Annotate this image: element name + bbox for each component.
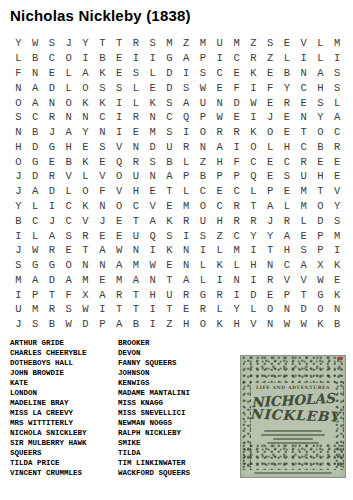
grid-cell: E bbox=[262, 66, 279, 81]
grid-cell: A bbox=[178, 95, 195, 110]
grid-cell: R bbox=[245, 51, 262, 66]
grid-cell: K bbox=[312, 317, 329, 332]
grid-cell: R bbox=[127, 154, 144, 169]
grid-cell: S bbox=[94, 139, 111, 154]
grid-cell: L bbox=[245, 184, 262, 199]
grid-cell: F bbox=[94, 184, 111, 199]
grid-cell: N bbox=[94, 125, 111, 140]
grid-cell: V bbox=[144, 199, 161, 214]
grid-cell: R bbox=[111, 287, 128, 302]
grid-cell: K bbox=[211, 258, 228, 273]
grid-cell: E bbox=[111, 213, 128, 228]
grid-cell: L bbox=[60, 66, 77, 81]
grid-cell: D bbox=[27, 169, 44, 184]
grid-cell: K bbox=[94, 95, 111, 110]
grid-cell: B bbox=[329, 317, 346, 332]
grid-cell: K bbox=[245, 66, 262, 81]
grid-cell: Y bbox=[228, 302, 245, 317]
grid-cell: V bbox=[111, 139, 128, 154]
grid-cell: K bbox=[245, 125, 262, 140]
grid-cell: I bbox=[195, 243, 212, 258]
grid-cell: D bbox=[77, 317, 94, 332]
grid-cell: O bbox=[10, 95, 27, 110]
grid-cell: D bbox=[144, 139, 161, 154]
grid-cell: M bbox=[127, 258, 144, 273]
grid-cell: G bbox=[161, 51, 178, 66]
grid-cell: L bbox=[295, 213, 312, 228]
grid-cell: L bbox=[211, 243, 228, 258]
grid-cell: E bbox=[144, 80, 161, 95]
grid-cell: F bbox=[10, 66, 27, 81]
grid-cell: B bbox=[27, 125, 44, 140]
grid-cell: B bbox=[161, 154, 178, 169]
grid-cell: N bbox=[195, 139, 212, 154]
grid-cell: D bbox=[295, 302, 312, 317]
grid-cell: W bbox=[27, 243, 44, 258]
grid-cell: E bbox=[262, 154, 279, 169]
grid-cell: R bbox=[44, 169, 61, 184]
grid-cell: B bbox=[44, 317, 61, 332]
grid-cell: I bbox=[329, 51, 346, 66]
grid-cell: B bbox=[94, 51, 111, 66]
grid-cell: N bbox=[94, 258, 111, 273]
grid-cell: K bbox=[211, 317, 228, 332]
word-item: MADAME MANTALINI bbox=[118, 388, 190, 398]
grid-cell: L bbox=[127, 95, 144, 110]
grid-cell: B bbox=[27, 51, 44, 66]
grid-cell: W bbox=[27, 36, 44, 51]
grid-cell: A bbox=[144, 213, 161, 228]
grid-cell: O bbox=[10, 154, 27, 169]
grid-cell: U bbox=[127, 169, 144, 184]
grid-cell: Z bbox=[178, 36, 195, 51]
grid-cell: N bbox=[27, 66, 44, 81]
word-item: FANNY SQUEERS bbox=[118, 358, 190, 368]
word-item: TILDA PRICE bbox=[10, 458, 118, 468]
grid-cell: E bbox=[77, 139, 94, 154]
grid-cell: E bbox=[44, 154, 61, 169]
grid-cell: R bbox=[262, 273, 279, 288]
grid-cell: A bbox=[111, 258, 128, 273]
grid-cell: T bbox=[295, 125, 312, 140]
grid-cell: S bbox=[178, 80, 195, 95]
grid-cell: T bbox=[161, 302, 178, 317]
grid-cell: S bbox=[161, 228, 178, 243]
grid-cell: X bbox=[77, 287, 94, 302]
grid-cell: D bbox=[44, 184, 61, 199]
grid-cell: S bbox=[144, 154, 161, 169]
grid-cell: R bbox=[245, 213, 262, 228]
grid-cell: P bbox=[228, 169, 245, 184]
grid-cell: O bbox=[312, 302, 329, 317]
grid-cell: I bbox=[111, 110, 128, 125]
grid-cell: L bbox=[211, 302, 228, 317]
grid-cell: C bbox=[44, 51, 61, 66]
grid-cell: S bbox=[329, 213, 346, 228]
grid-cell: R bbox=[228, 199, 245, 214]
grid-cell: Z bbox=[211, 228, 228, 243]
cover-caption-line bbox=[254, 472, 332, 474]
grid-cell: D bbox=[27, 139, 44, 154]
grid-cell: S bbox=[44, 36, 61, 51]
grid-cell: E bbox=[111, 51, 128, 66]
grid-cell: K bbox=[77, 154, 94, 169]
grid-cell: I bbox=[178, 66, 195, 81]
grid-cell: A bbox=[44, 228, 61, 243]
grid-cell: D bbox=[44, 80, 61, 95]
grid-cell: H bbox=[312, 169, 329, 184]
grid-cell: T bbox=[127, 213, 144, 228]
grid-cell: I bbox=[178, 125, 195, 140]
grid-cell: Y bbox=[262, 228, 279, 243]
grid-cell: A bbox=[27, 95, 44, 110]
grid-cell: E bbox=[111, 66, 128, 81]
grid-cell: S bbox=[111, 80, 128, 95]
grid-cell: L bbox=[195, 273, 212, 288]
grid-cell: A bbox=[329, 110, 346, 125]
word-item: TILDA bbox=[118, 448, 190, 458]
grid-cell: R bbox=[279, 95, 296, 110]
grid-cell: H bbox=[228, 317, 245, 332]
grid-cell: M bbox=[295, 199, 312, 214]
grid-cell: O bbox=[195, 125, 212, 140]
grid-cell: R bbox=[77, 228, 94, 243]
grid-cell: S bbox=[195, 228, 212, 243]
grid-cell: A bbox=[94, 287, 111, 302]
grid-cell: N bbox=[144, 273, 161, 288]
grid-cell: N bbox=[329, 302, 346, 317]
grid-cell: H bbox=[279, 139, 296, 154]
grid-cell: L bbox=[228, 258, 245, 273]
grid-cell: C bbox=[279, 258, 296, 273]
grid-cell: P bbox=[279, 287, 296, 302]
word-item: KENWIGS bbox=[118, 378, 190, 388]
grid-cell: A bbox=[111, 317, 128, 332]
grid-cell: A bbox=[279, 228, 296, 243]
grid-cell: S bbox=[10, 110, 27, 125]
grid-cell: M bbox=[295, 184, 312, 199]
grid-cell: T bbox=[111, 302, 128, 317]
cover-title-nickleby: NICKLEBY bbox=[250, 406, 337, 425]
grid-cell: N bbox=[228, 273, 245, 288]
grid-cell: S bbox=[161, 125, 178, 140]
grid-cell: T bbox=[295, 287, 312, 302]
grid-cell: N bbox=[10, 80, 27, 95]
grid-cell: J bbox=[10, 243, 27, 258]
grid-cell: N bbox=[44, 95, 61, 110]
grid-cell: M bbox=[195, 36, 212, 51]
grid-cell: R bbox=[44, 243, 61, 258]
grid-cell: T bbox=[77, 243, 94, 258]
grid-cell: R bbox=[178, 139, 195, 154]
grid-cell: L bbox=[27, 199, 44, 214]
book-cover: LIFE AND ADVENTURES NICHOLAS NICKLEBY bbox=[240, 355, 346, 478]
grid-cell: K bbox=[161, 243, 178, 258]
grid-cell: A bbox=[161, 169, 178, 184]
grid-cell: C bbox=[279, 154, 296, 169]
grid-cell: J bbox=[44, 125, 61, 140]
grid-cell: N bbox=[144, 110, 161, 125]
grid-cell: C bbox=[295, 80, 312, 95]
grid-cell: I bbox=[228, 139, 245, 154]
grid-cell: L bbox=[60, 184, 77, 199]
grid-cell: L bbox=[329, 95, 346, 110]
grid-cell: E bbox=[262, 287, 279, 302]
grid-cell: S bbox=[27, 317, 44, 332]
grid-cell: W bbox=[312, 273, 329, 288]
word-item: MRS WITTITERLY bbox=[10, 418, 118, 428]
grid-cell: N bbox=[77, 110, 94, 125]
grid-cell: P bbox=[94, 317, 111, 332]
grid-cell: G bbox=[44, 139, 61, 154]
grid-cell: I bbox=[245, 273, 262, 288]
grid-cell: A bbox=[178, 273, 195, 288]
grid-cell: Z bbox=[195, 154, 212, 169]
grid-cell: O bbox=[77, 80, 94, 95]
grid-cell: O bbox=[245, 139, 262, 154]
grid-cell: E bbox=[161, 199, 178, 214]
grid-cell: R bbox=[178, 287, 195, 302]
grid-cell: K bbox=[77, 199, 94, 214]
grid-cell: H bbox=[10, 139, 27, 154]
grid-cell: D bbox=[44, 273, 61, 288]
grid-cell: R bbox=[211, 125, 228, 140]
grid-cell: W bbox=[295, 317, 312, 332]
grid-cell: C bbox=[161, 110, 178, 125]
grid-cell: T bbox=[161, 184, 178, 199]
grid-cell: L bbox=[312, 36, 329, 51]
grid-cell: Y bbox=[77, 125, 94, 140]
grid-cell: N bbox=[127, 139, 144, 154]
grid-cell: J bbox=[10, 184, 27, 199]
grid-cell: H bbox=[211, 154, 228, 169]
grid-cell: N bbox=[295, 66, 312, 81]
grid-cell: L bbox=[279, 199, 296, 214]
grid-cell: Z bbox=[161, 317, 178, 332]
grid-cell: A bbox=[295, 258, 312, 273]
grid-cell: G bbox=[312, 287, 329, 302]
grid-cell: M bbox=[10, 273, 27, 288]
grid-cell: I bbox=[295, 51, 312, 66]
grid-cell: A bbox=[211, 139, 228, 154]
grid-cell: Q bbox=[178, 110, 195, 125]
grid-cell: I bbox=[144, 51, 161, 66]
grid-cell: Y bbox=[77, 36, 94, 51]
grid-cell: O bbox=[60, 51, 77, 66]
grid-cell: E bbox=[312, 154, 329, 169]
grid-cell: L bbox=[195, 258, 212, 273]
grid-cell: K bbox=[329, 287, 346, 302]
grid-cell: H bbox=[60, 139, 77, 154]
grid-cell: E bbox=[329, 273, 346, 288]
word-item: MISS LA CREEVY bbox=[10, 408, 118, 418]
grid-cell: P bbox=[27, 287, 44, 302]
page-title: Nicholas Nickleby (1838) bbox=[10, 7, 191, 24]
grid-cell: T bbox=[44, 287, 61, 302]
grid-cell: A bbox=[27, 184, 44, 199]
grid-cell: P bbox=[195, 51, 212, 66]
grid-cell: O bbox=[262, 125, 279, 140]
grid-cell: T bbox=[161, 273, 178, 288]
grid-cell: A bbox=[60, 273, 77, 288]
grid-cell: J bbox=[262, 110, 279, 125]
grid-cell: F bbox=[228, 80, 245, 95]
grid-cell: S bbox=[262, 36, 279, 51]
word-item: DEVON bbox=[118, 348, 190, 358]
grid-cell: M bbox=[144, 125, 161, 140]
grid-cell: I bbox=[178, 228, 195, 243]
grid-cell: U bbox=[295, 169, 312, 184]
grid-cell: C bbox=[228, 228, 245, 243]
grid-cell: I bbox=[94, 302, 111, 317]
grid-cell: E bbox=[295, 95, 312, 110]
grid-cell: C bbox=[245, 154, 262, 169]
grid-cell: L bbox=[27, 228, 44, 243]
grid-cell: T bbox=[312, 184, 329, 199]
grid-cell: V bbox=[77, 213, 94, 228]
grid-cell: V bbox=[60, 169, 77, 184]
grid-cell: N bbox=[10, 125, 27, 140]
grid-cell: A bbox=[27, 80, 44, 95]
grid-cell: L bbox=[178, 154, 195, 169]
grid-cell: N bbox=[279, 302, 296, 317]
grid-cell: C bbox=[329, 125, 346, 140]
grid-cell: E bbox=[262, 169, 279, 184]
grid-cell: I bbox=[77, 51, 94, 66]
grid-cell: U bbox=[195, 213, 212, 228]
grid-cell: G bbox=[195, 287, 212, 302]
grid-cell: A bbox=[60, 125, 77, 140]
grid-cell: M bbox=[228, 36, 245, 51]
grid-cell: A bbox=[94, 243, 111, 258]
grid-cell: U bbox=[161, 287, 178, 302]
grid-cell: S bbox=[295, 243, 312, 258]
word-list-column-left: ARTHUR GRIDECHARLES CHEERYBLEDOTHEBOYS H… bbox=[10, 338, 118, 478]
grid-cell: D bbox=[312, 213, 329, 228]
grid-cell: O bbox=[60, 95, 77, 110]
grid-cell: N bbox=[127, 243, 144, 258]
word-item: MADELINE BRAY bbox=[10, 398, 118, 408]
grid-cell: A bbox=[27, 273, 44, 288]
grid-cell: N bbox=[144, 169, 161, 184]
grid-cell: F bbox=[228, 154, 245, 169]
cover-bottom-vignette bbox=[242, 444, 344, 470]
grid-cell: L bbox=[178, 184, 195, 199]
grid-cell: E bbox=[44, 66, 61, 81]
grid-cell: P bbox=[195, 110, 212, 125]
grid-cell: L bbox=[279, 51, 296, 66]
grid-cell: C bbox=[228, 184, 245, 199]
grid-cell: R bbox=[127, 36, 144, 51]
grid-cell: H bbox=[279, 243, 296, 258]
cover-series-title: LIFE AND ADVENTURES bbox=[252, 385, 334, 390]
grid-cell: P bbox=[312, 228, 329, 243]
grid-cell: I bbox=[10, 228, 27, 243]
grid-cell: E bbox=[178, 302, 195, 317]
grid-cell: O bbox=[111, 169, 128, 184]
grid-cell: E bbox=[228, 66, 245, 81]
grid-cell: B bbox=[60, 154, 77, 169]
grid-cell: B bbox=[312, 139, 329, 154]
grid-cell: P bbox=[211, 169, 228, 184]
grid-cell: N bbox=[262, 317, 279, 332]
grid-cell: I bbox=[245, 80, 262, 95]
grid-cell: H bbox=[211, 213, 228, 228]
grid-cell: E bbox=[262, 95, 279, 110]
grid-cell: H bbox=[144, 287, 161, 302]
grid-cell: I bbox=[44, 199, 61, 214]
grid-cell: R bbox=[295, 154, 312, 169]
word-item: KATE bbox=[10, 378, 118, 388]
grid-cell: L bbox=[10, 51, 27, 66]
grid-cell: P bbox=[312, 243, 329, 258]
grid-cell: F bbox=[60, 287, 77, 302]
word-item: SIR MULBERRY HAWK bbox=[10, 438, 118, 448]
grid-cell: J bbox=[60, 36, 77, 51]
word-item: JOHN BROWDIE bbox=[10, 368, 118, 378]
word-item: VINCENT CRUMMLES bbox=[10, 468, 118, 478]
grid-cell: S bbox=[60, 228, 77, 243]
grid-cell: I bbox=[111, 95, 128, 110]
word-item: MISS SNEVELLICI bbox=[118, 408, 190, 418]
word-search-grid: YWSJYTTRSMZMUMZSEVLMLBCOIBEIIGAPICRZLILI… bbox=[10, 36, 346, 332]
grid-cell: K bbox=[144, 95, 161, 110]
grid-cell: R bbox=[211, 287, 228, 302]
grid-cell: C bbox=[211, 66, 228, 81]
word-item: SMIKE bbox=[118, 438, 190, 448]
grid-cell: W bbox=[111, 243, 128, 258]
grid-cell: R bbox=[44, 302, 61, 317]
grid-cell: R bbox=[195, 302, 212, 317]
grid-cell: J bbox=[262, 213, 279, 228]
grid-cell: N bbox=[295, 110, 312, 125]
grid-cell: B bbox=[10, 213, 27, 228]
grid-cell: T bbox=[111, 36, 128, 51]
grid-cell: L bbox=[262, 139, 279, 154]
grid-cell: X bbox=[312, 258, 329, 273]
word-list: ARTHUR GRIDECHARLES CHEERYBLEDOTHEBOYS H… bbox=[10, 338, 190, 478]
word-item: DOTHEBOYS HALL bbox=[10, 358, 118, 368]
grid-cell: D bbox=[161, 80, 178, 95]
grid-cell: O bbox=[60, 258, 77, 273]
grid-cell: E bbox=[94, 228, 111, 243]
grid-cell: I bbox=[245, 110, 262, 125]
grid-cell: I bbox=[211, 273, 228, 288]
grid-cell: C bbox=[94, 110, 111, 125]
grid-cell: H bbox=[178, 317, 195, 332]
grid-cell: Y bbox=[279, 80, 296, 95]
grid-cell: T bbox=[127, 302, 144, 317]
grid-cell: E bbox=[211, 80, 228, 95]
grid-cell: I bbox=[329, 243, 346, 258]
grid-cell: T bbox=[127, 287, 144, 302]
grid-cell: C bbox=[211, 199, 228, 214]
grid-cell: N bbox=[94, 199, 111, 214]
grid-cell: F bbox=[262, 80, 279, 95]
grid-cell: C bbox=[195, 184, 212, 199]
grid-cell: D bbox=[161, 66, 178, 81]
word-item: RALPH NICKLEBY bbox=[118, 428, 190, 438]
word-item: MISS KNAGG bbox=[118, 398, 190, 408]
grid-cell: H bbox=[127, 184, 144, 199]
grid-cell: B bbox=[279, 66, 296, 81]
grid-cell: I bbox=[10, 287, 27, 302]
grid-cell: S bbox=[312, 95, 329, 110]
grid-cell: Z bbox=[245, 36, 262, 51]
grid-cell: N bbox=[178, 258, 195, 273]
grid-cell: S bbox=[279, 169, 296, 184]
worksheet-page: Nicholas Nickleby (1838) YWSJYTTRSMZMUMZ… bbox=[0, 0, 353, 500]
